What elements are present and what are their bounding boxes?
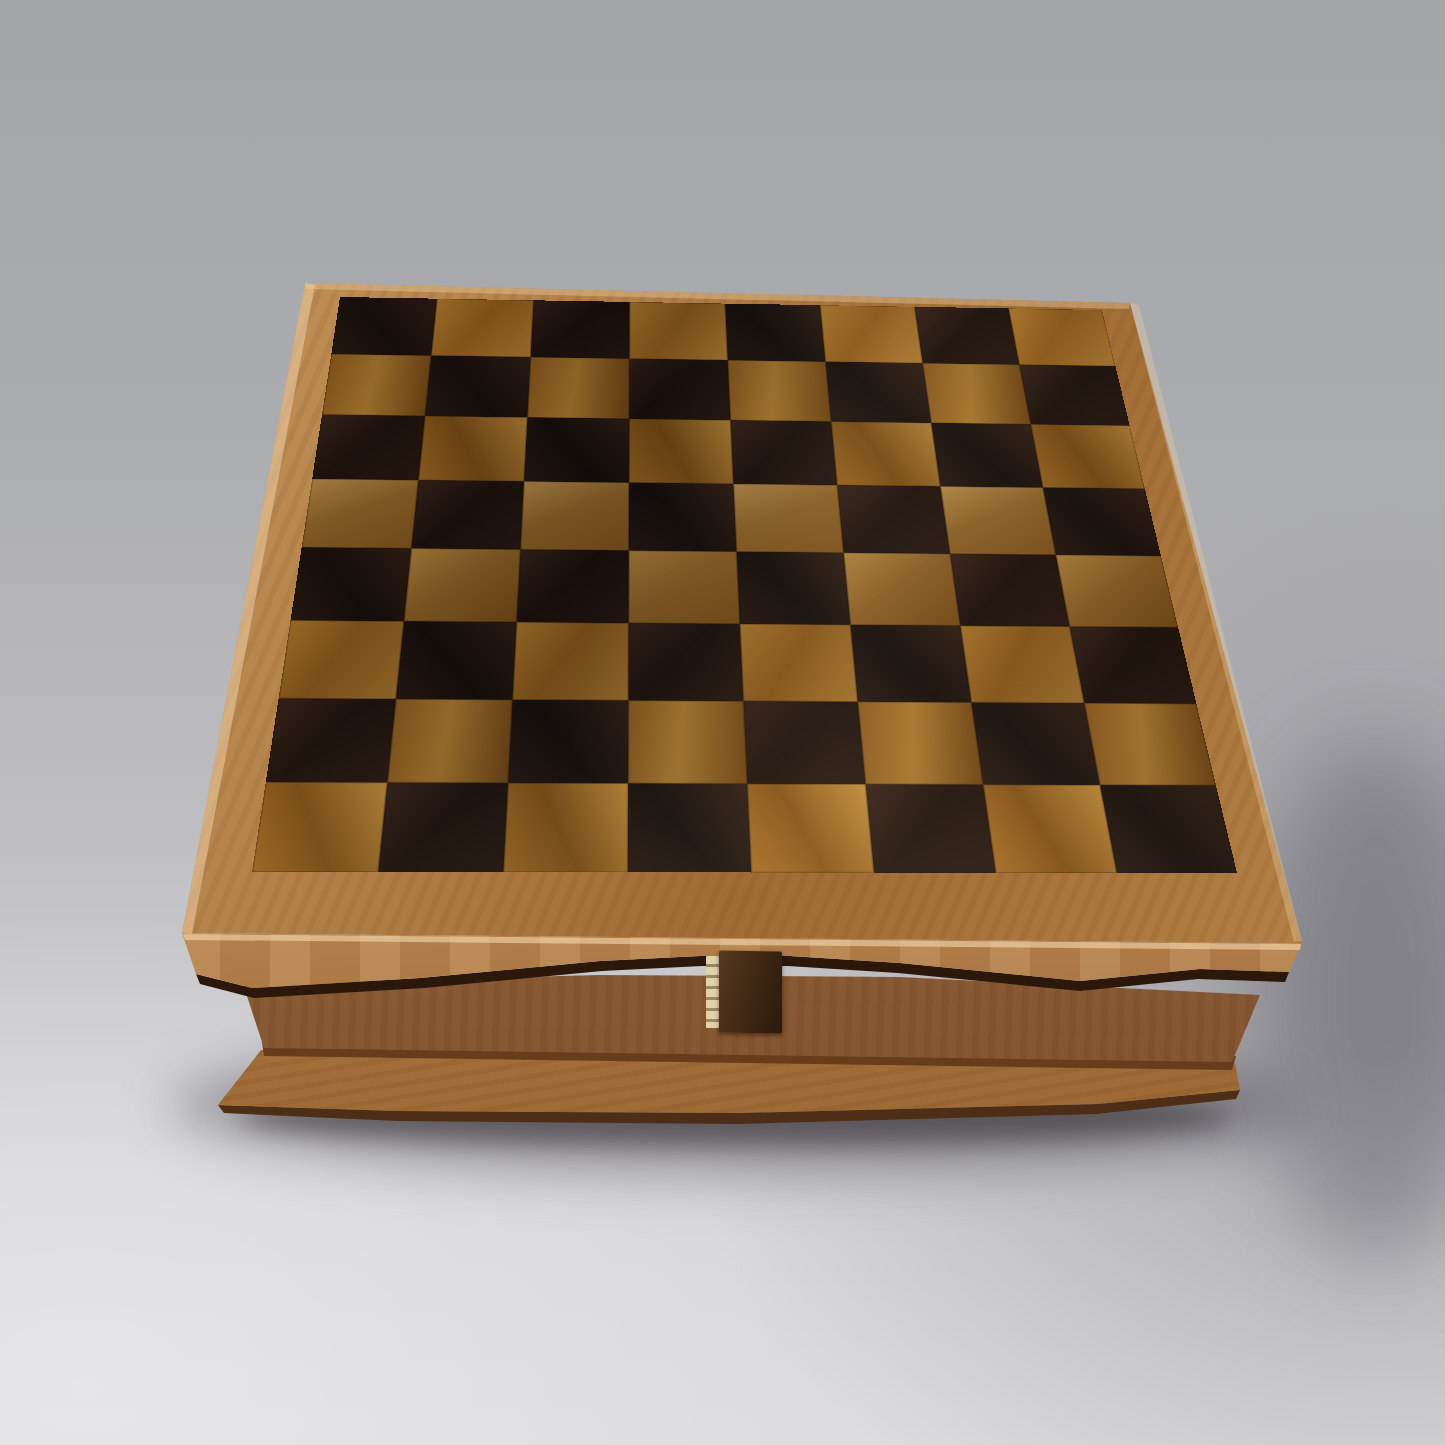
square-b8 [431, 299, 533, 357]
square-b1 [378, 783, 508, 873]
square-h7 [1019, 365, 1129, 426]
square-a6 [312, 415, 425, 481]
square-b5 [411, 480, 524, 549]
square-h1 [1100, 785, 1237, 873]
square-e8 [725, 304, 825, 362]
square-a1 [252, 782, 387, 872]
square-h5 [1043, 488, 1161, 556]
square-h2 [1084, 703, 1216, 785]
square-h8 [1009, 308, 1116, 366]
square-d5 [629, 483, 737, 552]
square-c1 [503, 783, 628, 872]
square-g7 [923, 363, 1031, 424]
square-d4 [629, 551, 740, 624]
square-a2 [266, 698, 396, 782]
square-e6 [730, 420, 837, 485]
square-e3 [740, 624, 858, 702]
square-f3 [850, 625, 971, 703]
square-e4 [737, 552, 851, 625]
square-c8 [531, 300, 630, 358]
square-e7 [728, 360, 831, 421]
hinge-block [719, 950, 782, 1033]
square-c4 [517, 549, 629, 623]
chess-board [252, 297, 1237, 873]
square-a3 [279, 620, 404, 699]
square-d7 [629, 359, 730, 421]
square-c2 [508, 700, 628, 784]
square-c5 [520, 481, 629, 550]
square-c6 [524, 417, 629, 482]
square-c3 [513, 622, 629, 700]
square-h4 [1056, 555, 1178, 628]
square-g4 [950, 554, 1070, 627]
photo-stage [0, 0, 1445, 1445]
square-g3 [960, 626, 1084, 703]
square-f6 [831, 422, 940, 487]
square-e2 [743, 701, 865, 784]
square-a8 [331, 297, 437, 356]
square-f7 [825, 362, 931, 423]
square-a5 [302, 479, 419, 549]
square-b4 [404, 548, 521, 622]
square-f4 [844, 553, 961, 626]
square-g8 [915, 307, 1020, 365]
square-d6 [629, 419, 733, 484]
square-b7 [425, 356, 531, 418]
square-d3 [628, 623, 743, 701]
square-g6 [931, 423, 1043, 488]
square-g5 [940, 486, 1055, 555]
square-f5 [837, 485, 950, 554]
square-f8 [820, 305, 923, 363]
square-c7 [527, 357, 629, 419]
square-h6 [1031, 424, 1145, 488]
square-e5 [733, 484, 843, 553]
square-g1 [983, 785, 1117, 873]
square-e1 [747, 784, 874, 873]
square-a4 [291, 547, 412, 621]
square-f1 [866, 784, 996, 873]
hinge-metal-knuckles [706, 956, 719, 1028]
square-f2 [858, 702, 983, 785]
square-a7 [322, 354, 431, 416]
square-d2 [628, 700, 747, 783]
square-h3 [1070, 627, 1197, 704]
square-b2 [387, 699, 512, 783]
square-g2 [971, 702, 1100, 785]
square-b3 [396, 621, 517, 700]
board-grid [252, 297, 1237, 873]
square-d1 [628, 783, 752, 872]
square-b6 [418, 416, 527, 481]
square-d8 [629, 302, 727, 360]
